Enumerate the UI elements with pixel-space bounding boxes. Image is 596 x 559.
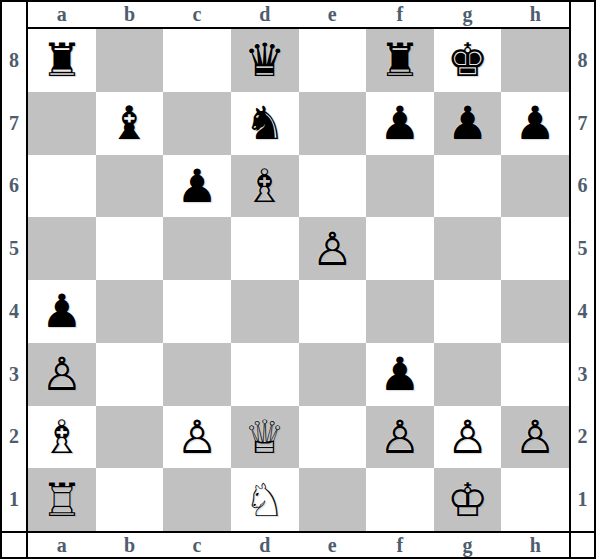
square-b8[interactable]: [96, 29, 164, 92]
piece-white-bishop[interactable]: ♗: [41, 414, 82, 460]
rank-label-3-left: 3: [2, 343, 28, 406]
square-a7[interactable]: [28, 92, 96, 155]
square-a6[interactable]: [28, 155, 96, 218]
rank-label-4-right: 4: [569, 280, 594, 343]
square-h8[interactable]: [501, 29, 569, 92]
piece-white-queen[interactable]: ♕: [244, 414, 285, 460]
square-g7[interactable]: ♟: [434, 92, 502, 155]
square-d7[interactable]: ♞: [231, 92, 299, 155]
file-label-h-bottom: h: [501, 531, 569, 557]
rank-label-2-right: 2: [569, 406, 594, 469]
piece-white-pawn[interactable]: ♙: [379, 414, 420, 460]
rank-label-1-left: 1: [2, 468, 28, 531]
rank-label-6-right: 6: [569, 155, 594, 218]
piece-black-pawn[interactable]: ♟: [447, 100, 488, 146]
square-b4[interactable]: [96, 280, 164, 343]
piece-black-bishop[interactable]: ♝: [109, 100, 150, 146]
square-c7[interactable]: [163, 92, 231, 155]
corner-cell: [2, 2, 28, 29]
square-a3[interactable]: ♙: [28, 343, 96, 406]
file-label-f-bottom: f: [366, 531, 434, 557]
square-g3[interactable]: [434, 343, 502, 406]
square-f3[interactable]: ♟: [366, 343, 434, 406]
file-label-b-top: b: [96, 2, 164, 29]
chess-diagram: abcdefgh8♜♛♜♚87♝♞♟♟♟76♟♗65♙54♟43♙♟32♗♙♕♙…: [0, 0, 596, 559]
rank-label-7-left: 7: [2, 92, 28, 155]
piece-black-knight[interactable]: ♞: [244, 100, 285, 146]
rank-label-7-right: 7: [569, 92, 594, 155]
corner-cell: [2, 531, 28, 557]
square-b5[interactable]: [96, 217, 164, 280]
piece-black-pawn[interactable]: ♟: [41, 288, 82, 334]
square-d3[interactable]: [231, 343, 299, 406]
square-d4[interactable]: [231, 280, 299, 343]
file-label-g-top: g: [434, 2, 502, 29]
square-g8[interactable]: ♚: [434, 29, 502, 92]
square-b7[interactable]: ♝: [96, 92, 164, 155]
piece-black-queen[interactable]: ♛: [244, 37, 285, 83]
square-c6[interactable]: ♟: [163, 155, 231, 218]
piece-black-rook[interactable]: ♜: [379, 37, 420, 83]
piece-white-pawn[interactable]: ♙: [447, 414, 488, 460]
square-h4[interactable]: [501, 280, 569, 343]
square-g2[interactable]: ♙: [434, 406, 502, 469]
square-d2[interactable]: ♕: [231, 406, 299, 469]
rank-label-5-left: 5: [2, 217, 28, 280]
corner-cell: [569, 531, 594, 557]
file-label-d-top: d: [231, 2, 299, 29]
square-c8[interactable]: [163, 29, 231, 92]
square-g4[interactable]: [434, 280, 502, 343]
square-a1[interactable]: ♖: [28, 468, 96, 531]
file-label-c-top: c: [163, 2, 231, 29]
square-h7[interactable]: ♟: [501, 92, 569, 155]
rank-label-3-right: 3: [569, 343, 594, 406]
file-label-e-top: e: [299, 2, 367, 29]
square-f4[interactable]: [366, 280, 434, 343]
square-h1[interactable]: [501, 468, 569, 531]
square-e5[interactable]: ♙: [299, 217, 367, 280]
square-d6[interactable]: ♗: [231, 155, 299, 218]
rank-label-6-left: 6: [2, 155, 28, 218]
square-e4[interactable]: [299, 280, 367, 343]
square-c2[interactable]: ♙: [163, 406, 231, 469]
square-a2[interactable]: ♗: [28, 406, 96, 469]
piece-black-pawn[interactable]: ♟: [176, 163, 217, 209]
piece-black-rook[interactable]: ♜: [41, 37, 82, 83]
square-f8[interactable]: ♜: [366, 29, 434, 92]
file-label-f-top: f: [366, 2, 434, 29]
square-d5[interactable]: [231, 217, 299, 280]
chess-board: abcdefgh8♜♛♜♚87♝♞♟♟♟76♟♗65♙54♟43♙♟32♗♙♕♙…: [2, 2, 594, 557]
piece-black-pawn[interactable]: ♟: [515, 100, 556, 146]
square-b2[interactable]: [96, 406, 164, 469]
rank-label-1-right: 1: [569, 468, 594, 531]
square-g5[interactable]: [434, 217, 502, 280]
square-h6[interactable]: [501, 155, 569, 218]
square-e2[interactable]: [299, 406, 367, 469]
square-h2[interactable]: ♙: [501, 406, 569, 469]
square-d8[interactable]: ♛: [231, 29, 299, 92]
square-e3[interactable]: [299, 343, 367, 406]
square-e8[interactable]: [299, 29, 367, 92]
piece-white-knight[interactable]: ♘: [244, 477, 285, 523]
piece-white-pawn[interactable]: ♙: [41, 351, 82, 397]
square-a5[interactable]: [28, 217, 96, 280]
square-b6[interactable]: [96, 155, 164, 218]
piece-white-pawn[interactable]: ♙: [176, 414, 217, 460]
piece-white-bishop[interactable]: ♗: [244, 163, 285, 209]
square-f2[interactable]: ♙: [366, 406, 434, 469]
piece-black-pawn[interactable]: ♟: [379, 351, 420, 397]
square-g6[interactable]: [434, 155, 502, 218]
square-c4[interactable]: [163, 280, 231, 343]
square-f5[interactable]: [366, 217, 434, 280]
square-d1[interactable]: ♘: [231, 468, 299, 531]
square-c1[interactable]: [163, 468, 231, 531]
square-a4[interactable]: ♟: [28, 280, 96, 343]
file-label-a-top: a: [28, 2, 96, 29]
square-e7[interactable]: [299, 92, 367, 155]
square-c5[interactable]: [163, 217, 231, 280]
piece-black-king[interactable]: ♚: [447, 37, 488, 83]
file-label-h-top: h: [501, 2, 569, 29]
square-f6[interactable]: [366, 155, 434, 218]
square-b1[interactable]: [96, 468, 164, 531]
square-c3[interactable]: [163, 343, 231, 406]
file-label-e-bottom: e: [299, 531, 367, 557]
file-label-b-bottom: b: [96, 531, 164, 557]
rank-label-5-right: 5: [569, 217, 594, 280]
square-g1[interactable]: ♔: [434, 468, 502, 531]
square-e1[interactable]: [299, 468, 367, 531]
square-f1[interactable]: [366, 468, 434, 531]
square-a8[interactable]: ♜: [28, 29, 96, 92]
square-f7[interactable]: ♟: [366, 92, 434, 155]
piece-white-pawn[interactable]: ♙: [515, 414, 556, 460]
piece-white-king[interactable]: ♔: [447, 477, 488, 523]
file-label-d-bottom: d: [231, 531, 299, 557]
square-h5[interactable]: [501, 217, 569, 280]
piece-white-rook[interactable]: ♖: [41, 477, 82, 523]
file-label-g-bottom: g: [434, 531, 502, 557]
square-h3[interactable]: [501, 343, 569, 406]
piece-black-pawn[interactable]: ♟: [379, 100, 420, 146]
rank-label-8-left: 8: [2, 29, 28, 92]
square-e6[interactable]: [299, 155, 367, 218]
file-label-a-bottom: a: [28, 531, 96, 557]
rank-label-2-left: 2: [2, 406, 28, 469]
rank-label-8-right: 8: [569, 29, 594, 92]
rank-label-4-left: 4: [2, 280, 28, 343]
file-label-c-bottom: c: [163, 531, 231, 557]
piece-white-pawn[interactable]: ♙: [312, 226, 353, 272]
square-b3[interactable]: [96, 343, 164, 406]
corner-cell: [569, 2, 594, 29]
